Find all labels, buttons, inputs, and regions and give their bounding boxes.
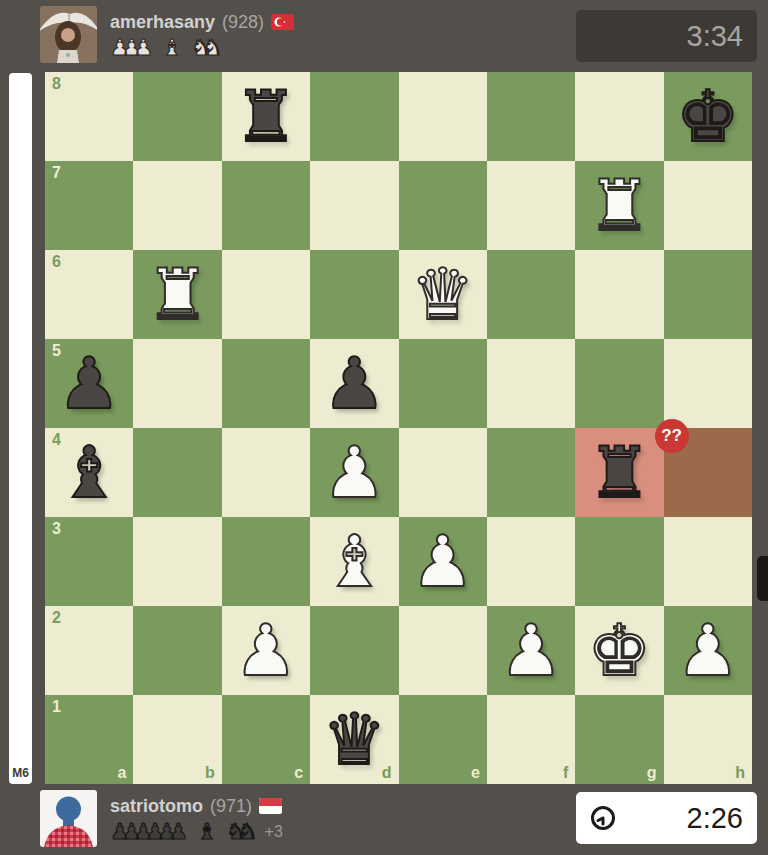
file-label-a: a — [117, 765, 126, 781]
square-h2[interactable]: ♟ — [664, 606, 752, 695]
piece-black-rook-g4[interactable]: ♜ — [575, 428, 663, 517]
material-advantage: +3 — [265, 823, 283, 841]
bottom-player-name-row: satriotomo (971) — [110, 795, 282, 817]
square-a6[interactable]: 6 — [45, 250, 133, 339]
square-g7[interactable]: ♜ — [575, 161, 663, 250]
rank-label-3: 3 — [52, 521, 61, 537]
piece-black-king-h8[interactable]: ♚ — [664, 72, 752, 161]
square-d6[interactable] — [310, 250, 398, 339]
square-c2[interactable]: ♟ — [222, 606, 310, 695]
square-g3[interactable] — [575, 517, 663, 606]
square-e8[interactable] — [399, 72, 487, 161]
square-b1[interactable]: b — [133, 695, 221, 784]
square-h7[interactable] — [664, 161, 752, 250]
piece-black-pawn-d5[interactable]: ♟ — [310, 339, 398, 428]
square-g6[interactable] — [575, 250, 663, 339]
square-f4[interactable] — [487, 428, 575, 517]
square-g2[interactable]: ♚ — [575, 606, 663, 695]
top-player-name: amerhasany — [110, 12, 215, 33]
turkey-flag-icon — [271, 14, 294, 30]
square-b2[interactable] — [133, 606, 221, 695]
square-b6[interactable]: ♜ — [133, 250, 221, 339]
square-b7[interactable] — [133, 161, 221, 250]
piece-black-bishop-a4[interactable]: ♝ — [45, 428, 133, 517]
square-e3[interactable]: ♟ — [399, 517, 487, 606]
square-b4[interactable] — [133, 428, 221, 517]
square-d2[interactable] — [310, 606, 398, 695]
piece-white-pawn-d4[interactable]: ♟ — [310, 428, 398, 517]
square-d4[interactable]: ♟ — [310, 428, 398, 517]
captured-black-bishop: ♝ — [197, 821, 217, 843]
chess-board[interactable]: 8♜♚7♜6♜♛5♟♟4♝♟♜??3♝♟2♟♟♚♟1abcd♛efgh — [45, 72, 752, 784]
square-e6[interactable]: ♛ — [399, 250, 487, 339]
square-f8[interactable] — [487, 72, 575, 161]
square-h6[interactable] — [664, 250, 752, 339]
square-c3[interactable] — [222, 517, 310, 606]
piece-white-pawn-f2[interactable]: ♟ — [487, 606, 575, 695]
file-label-e: e — [471, 765, 480, 781]
square-d1[interactable]: d♛ — [310, 695, 398, 784]
captured-black-pawns: ♟♟♟♟♟♟ — [110, 821, 188, 843]
top-clock-time: 3:34 — [687, 20, 743, 53]
square-b3[interactable] — [133, 517, 221, 606]
square-d3[interactable]: ♝ — [310, 517, 398, 606]
rank-label-8: 8 — [52, 76, 61, 92]
piece-black-pawn-a5[interactable]: ♟ — [45, 339, 133, 428]
square-b5[interactable] — [133, 339, 221, 428]
square-a8[interactable]: 8 — [45, 72, 133, 161]
top-player-bar: amerhasany (928) ♟♟♟ ♝ ♞♞ 3:34 — [0, 0, 768, 72]
piece-white-king-g2[interactable]: ♚ — [575, 606, 663, 695]
square-e7[interactable] — [399, 161, 487, 250]
captured-black-knights: ♞♞ — [226, 821, 257, 843]
square-f3[interactable] — [487, 517, 575, 606]
square-f1[interactable]: f — [487, 695, 575, 784]
piece-black-queen-d1[interactable]: ♛ — [310, 695, 398, 784]
square-d8[interactable] — [310, 72, 398, 161]
piece-white-pawn-c2[interactable]: ♟ — [222, 606, 310, 695]
square-h1[interactable]: h — [664, 695, 752, 784]
square-e1[interactable]: e — [399, 695, 487, 784]
square-a7[interactable]: 7 — [45, 161, 133, 250]
square-h8[interactable]: ♚ — [664, 72, 752, 161]
file-label-b: b — [205, 765, 215, 781]
piece-white-rook-b6[interactable]: ♜ — [133, 250, 221, 339]
scrollbar-handle[interactable] — [757, 556, 768, 601]
square-f6[interactable] — [487, 250, 575, 339]
file-label-g: g — [647, 765, 657, 781]
bottom-player-captured: ♟♟♟♟♟♟ ♝ ♞♞ +3 — [110, 818, 283, 846]
square-d7[interactable] — [310, 161, 398, 250]
top-player-avatar[interactable] — [40, 6, 97, 63]
square-c6[interactable] — [222, 250, 310, 339]
square-c8[interactable]: ♜ — [222, 72, 310, 161]
square-a5[interactable]: 5♟ — [45, 339, 133, 428]
square-c4[interactable] — [222, 428, 310, 517]
bottom-player-bar: satriotomo (971) ♟♟♟♟♟♟ ♝ ♞♞ +3 2:26 — [0, 784, 768, 855]
file-label-f: f — [563, 765, 568, 781]
square-g8[interactable] — [575, 72, 663, 161]
bottom-player-name: satriotomo — [110, 796, 203, 817]
square-b8[interactable] — [133, 72, 221, 161]
piece-black-rook-c8[interactable]: ♜ — [222, 72, 310, 161]
piece-white-bishop-d3[interactable]: ♝ — [310, 517, 398, 606]
rank-label-6: 6 — [52, 254, 61, 270]
square-f7[interactable] — [487, 161, 575, 250]
piece-white-rook-g7[interactable]: ♜ — [575, 161, 663, 250]
piece-white-pawn-h2[interactable]: ♟ — [664, 606, 752, 695]
rank-label-7: 7 — [52, 165, 61, 181]
indonesia-flag-icon — [259, 798, 282, 814]
square-a3[interactable]: 3 — [45, 517, 133, 606]
square-c1[interactable]: c — [222, 695, 310, 784]
square-e4[interactable] — [399, 428, 487, 517]
rank-label-2: 2 — [52, 610, 61, 626]
square-g5[interactable] — [575, 339, 663, 428]
mate-in-label: M6 — [12, 766, 29, 780]
square-c5[interactable] — [222, 339, 310, 428]
rank-label-1: 1 — [52, 699, 61, 715]
square-a2[interactable]: 2 — [45, 606, 133, 695]
captured-white-bishop: ♝ — [162, 37, 182, 59]
square-g1[interactable]: g — [575, 695, 663, 784]
square-e5[interactable] — [399, 339, 487, 428]
square-d5[interactable]: ♟ — [310, 339, 398, 428]
top-player-clock: 3:34 — [576, 10, 757, 62]
default-avatar — [40, 790, 97, 847]
girl-photo-avatar — [40, 6, 97, 63]
clock-icon — [590, 805, 616, 831]
square-h3[interactable] — [664, 517, 752, 606]
file-label-h: h — [735, 765, 745, 781]
bottom-player-clock: 2:26 — [576, 792, 757, 844]
square-c7[interactable] — [222, 161, 310, 250]
square-g4[interactable]: ♜?? — [575, 428, 663, 517]
square-e2[interactable] — [399, 606, 487, 695]
top-player-name-row: amerhasany (928) — [110, 11, 294, 33]
captured-white-pawns: ♟♟♟ — [110, 37, 153, 59]
top-player-captured: ♟♟♟ ♝ ♞♞ — [110, 34, 222, 62]
square-f2[interactable]: ♟ — [487, 606, 575, 695]
piece-white-pawn-e3[interactable]: ♟ — [399, 517, 487, 606]
bottom-clock-time: 2:26 — [687, 802, 743, 835]
square-f5[interactable] — [487, 339, 575, 428]
square-h5[interactable] — [664, 339, 752, 428]
captured-white-knights: ♞♞ — [191, 37, 222, 59]
blunder-badge: ?? — [655, 419, 689, 453]
square-a1[interactable]: 1a — [45, 695, 133, 784]
square-a4[interactable]: 4♝ — [45, 428, 133, 517]
bottom-player-avatar[interactable] — [40, 790, 97, 847]
evaluation-bar: M6 — [9, 73, 32, 784]
piece-white-queen-e6[interactable]: ♛ — [399, 250, 487, 339]
file-label-c: c — [294, 765, 303, 781]
bottom-player-rating: (971) — [210, 796, 252, 817]
top-player-rating: (928) — [222, 12, 264, 33]
